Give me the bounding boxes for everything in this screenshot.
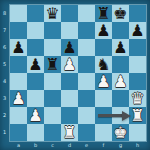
square-c3[interactable] [44, 90, 61, 107]
square-a2[interactable] [10, 107, 27, 124]
file-label-f: f [95, 142, 112, 150]
square-d4[interactable] [61, 73, 78, 90]
piece-black-pawn-b5[interactable]: ♟ [27, 56, 44, 73]
square-h8[interactable] [129, 5, 146, 22]
square-b4[interactable] [27, 73, 44, 90]
piece-black-queen-c8[interactable]: ♛ [44, 5, 61, 22]
square-b7[interactable] [27, 22, 44, 39]
piece-black-pawn-h7[interactable]: ♟ [129, 22, 146, 39]
square-e4[interactable] [78, 73, 95, 90]
square-a1[interactable] [10, 124, 27, 141]
rank-label-3: 3 [0, 90, 9, 107]
square-g5[interactable] [112, 56, 129, 73]
square-d7[interactable] [61, 22, 78, 39]
rank-label-5: 5 [0, 56, 9, 73]
square-d2[interactable] [61, 107, 78, 124]
piece-white-pawn-d5[interactable]: ♟ [61, 56, 78, 73]
square-d3[interactable] [61, 90, 78, 107]
rank-label-1: 1 [0, 124, 9, 141]
piece-black-pawn-f7[interactable]: ♟ [95, 22, 112, 39]
square-e5[interactable] [78, 56, 95, 73]
square-h5[interactable] [129, 56, 146, 73]
file-label-g: g [112, 142, 129, 150]
piece-black-pawn-g6[interactable]: ♟ [112, 39, 129, 56]
square-e6[interactable] [78, 39, 95, 56]
rank-label-4: 4 [0, 73, 9, 90]
rank-label-2: 2 [0, 107, 9, 124]
piece-white-rook-d1[interactable]: ♜ [61, 124, 78, 141]
square-g7[interactable] [112, 22, 129, 39]
square-e7[interactable] [78, 22, 95, 39]
piece-white-queen-h3[interactable]: ♛ [129, 90, 146, 107]
piece-black-pawn-d6[interactable]: ♟ [61, 39, 78, 56]
rank-label-7: 7 [0, 22, 9, 39]
square-b1[interactable] [27, 124, 44, 141]
square-c2[interactable] [44, 107, 61, 124]
square-e3[interactable] [78, 90, 95, 107]
square-e1[interactable] [78, 124, 95, 141]
square-d8[interactable] [61, 5, 78, 22]
piece-black-pawn-a6[interactable]: ♟ [10, 39, 27, 56]
piece-black-knight-f5[interactable]: ♞ [95, 56, 112, 73]
square-c7[interactable] [44, 22, 61, 39]
square-f3[interactable] [95, 90, 112, 107]
square-a7[interactable] [10, 22, 27, 39]
square-a4[interactable] [10, 73, 27, 90]
square-f6[interactable] [95, 39, 112, 56]
square-b6[interactable] [27, 39, 44, 56]
square-h6[interactable] [129, 39, 146, 56]
piece-white-king-g1[interactable]: ♚ [112, 124, 129, 141]
piece-black-king-g8[interactable]: ♚ [112, 5, 129, 22]
piece-white-pawn-a3[interactable]: ♟ [10, 90, 27, 107]
rank-label-6: 6 [0, 39, 9, 56]
square-f2[interactable] [95, 107, 112, 124]
square-e8[interactable] [78, 5, 95, 22]
square-c4[interactable] [44, 73, 61, 90]
piece-white-pawn-g4[interactable]: ♟ [112, 73, 129, 90]
rank-label-8: 8 [0, 5, 9, 22]
piece-white-rook-h2[interactable]: ♜ [129, 107, 146, 124]
file-label-c: c [44, 142, 61, 150]
square-c6[interactable] [44, 39, 61, 56]
square-g2[interactable] [112, 107, 129, 124]
square-a5[interactable] [10, 56, 27, 73]
piece-white-pawn-b2[interactable]: ♟ [27, 107, 44, 124]
square-h4[interactable] [129, 73, 146, 90]
square-c1[interactable] [44, 124, 61, 141]
file-label-a: a [10, 142, 27, 150]
file-label-b: b [27, 142, 44, 150]
square-e2[interactable] [78, 107, 95, 124]
file-label-d: d [61, 142, 78, 150]
chess-board-screenshot: 87654321abcdefgh ♛♜♚♟♟♟♟♟♟♜♟♞♟♟♟♛♟♜♜♚ [0, 0, 150, 150]
square-f1[interactable] [95, 124, 112, 141]
square-h1[interactable] [129, 124, 146, 141]
square-b3[interactable] [27, 90, 44, 107]
square-g3[interactable] [112, 90, 129, 107]
piece-black-rook-c5[interactable]: ♜ [44, 56, 61, 73]
file-label-e: e [78, 142, 95, 150]
square-a8[interactable] [10, 5, 27, 22]
piece-white-pawn-f4[interactable]: ♟ [95, 73, 112, 90]
piece-black-rook-f8[interactable]: ♜ [95, 5, 112, 22]
file-label-h: h [129, 142, 146, 150]
square-b8[interactable] [27, 5, 44, 22]
